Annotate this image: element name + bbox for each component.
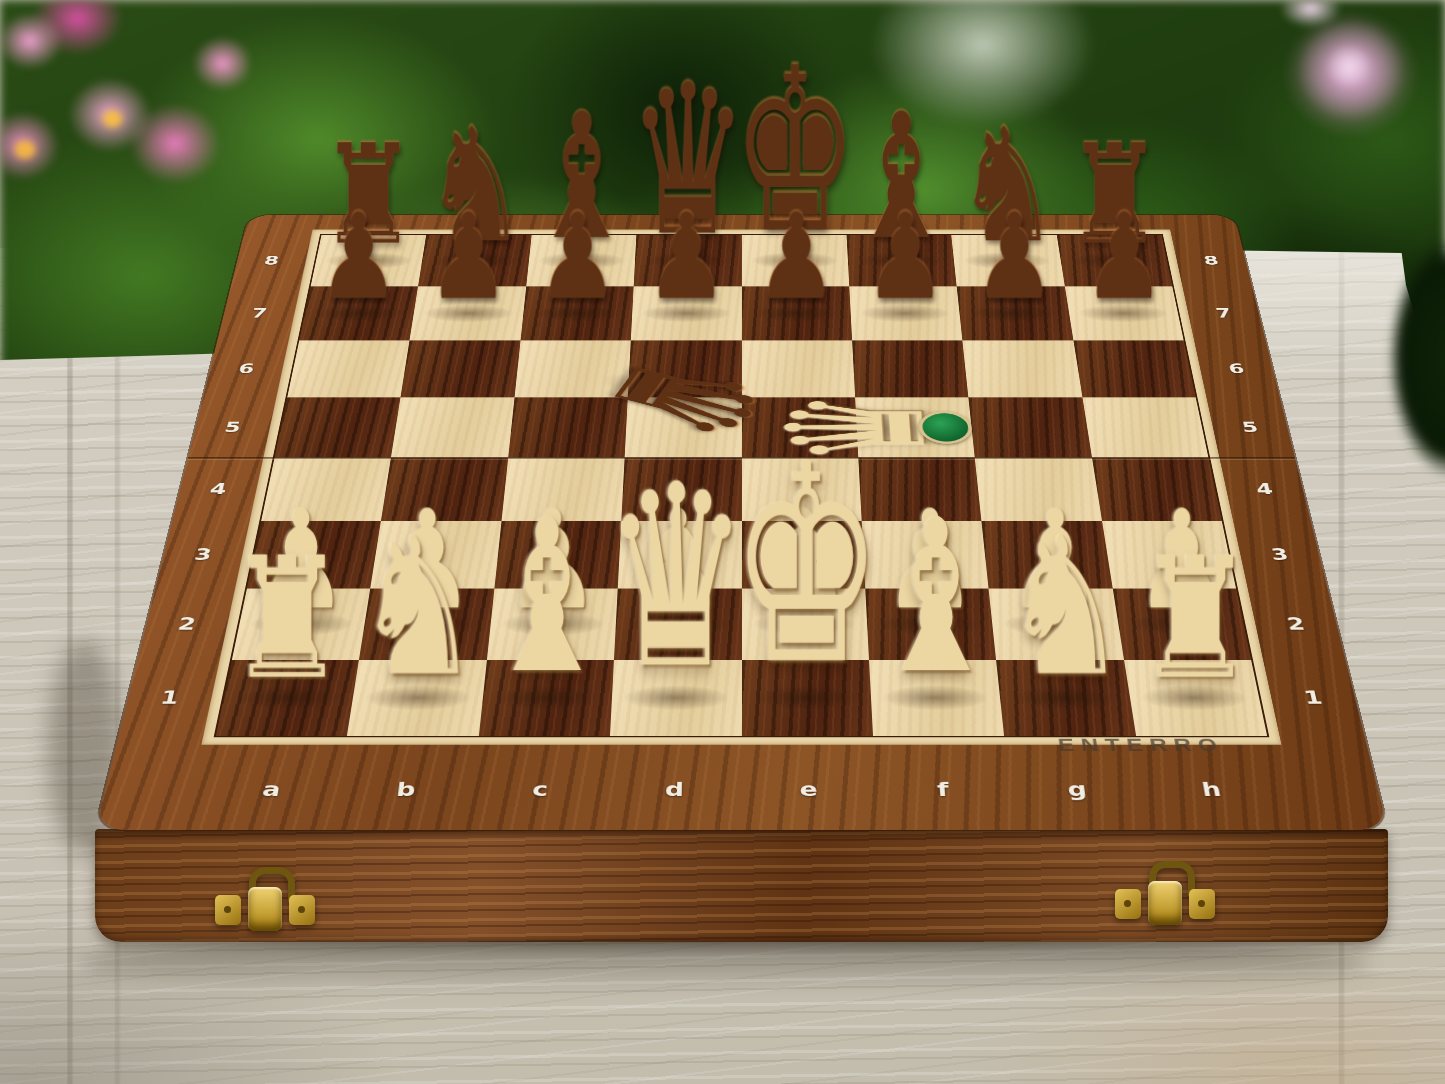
black-pawn-icon: ♟ bbox=[864, 198, 946, 317]
photo-scene: 87654321 87654321 abcdefgh ENTERRO ♜♞♝♛♚… bbox=[0, 0, 1445, 1084]
white-queen-icon: ♛ bbox=[604, 451, 749, 703]
white-bishop-icon: ♝ bbox=[871, 492, 1001, 703]
white-knight-icon: ♞ bbox=[354, 511, 480, 702]
black-pawn-icon: ♟ bbox=[1083, 198, 1165, 317]
black-pawn-icon: ♟ bbox=[755, 198, 837, 317]
white-rook-icon: ♜ bbox=[228, 535, 347, 703]
board-3d-scene: 87654321 87654321 abcdefgh ENTERRO ♜♞♝♛♚… bbox=[0, 0, 1445, 1084]
white-king-icon: ♚ bbox=[730, 429, 882, 703]
black-pawn-icon: ♟ bbox=[974, 198, 1056, 317]
black-pawn-icon: ♟ bbox=[537, 198, 619, 317]
pieces-layer: ♜♞♝♛♚♝♞♜♟♟♟♟♟♟♟♟♟♟♟♟♟♟♟♟♜♞♝♛♚♝♞♜♛♛ bbox=[95, 215, 1388, 830]
white-bishop-icon: ♝ bbox=[482, 492, 612, 703]
black-pawn-icon: ♟ bbox=[646, 198, 728, 317]
black-pawn-icon: ♟ bbox=[318, 198, 400, 317]
white-rook-icon: ♜ bbox=[1136, 535, 1255, 703]
white-knight-icon: ♞ bbox=[1003, 511, 1129, 702]
brand-text: ENTERRO bbox=[1057, 735, 1226, 755]
black-pawn-icon: ♟ bbox=[427, 198, 509, 317]
chess-board-surface: 87654321 87654321 abcdefgh ENTERRO ♜♞♝♛♚… bbox=[95, 215, 1388, 830]
